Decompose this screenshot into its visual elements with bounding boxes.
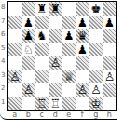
square-a4[interactable]	[8, 56, 22, 70]
square-b8[interactable]	[22, 2, 36, 16]
black-pawn-piece[interactable]: ♟	[104, 16, 115, 29]
white-pawn-piece[interactable]: ♙	[50, 56, 61, 69]
file-label-c: c	[35, 110, 49, 120]
rank-label-7: 7	[0, 15, 7, 29]
square-h8[interactable]	[103, 2, 117, 16]
rank-label-5: 5	[0, 42, 7, 56]
square-h3[interactable]: ♙	[103, 70, 117, 84]
chess-board[interactable]: ♜♜♚♟♟♟♟♞♟♛♘♟♙♙♕♙♙♙♙♖♖♔	[7, 1, 117, 111]
square-c3[interactable]	[35, 70, 49, 84]
square-g4[interactable]	[89, 56, 103, 70]
square-h1[interactable]	[103, 97, 117, 111]
square-d7[interactable]	[49, 16, 63, 30]
square-f4[interactable]	[76, 56, 90, 70]
chess-diagram: 87654321 ♜♜♚♟♟♟♟♞♟♛♘♟♙♙♕♙♙♙♙♖♖♔ abcdefgh	[0, 0, 117, 120]
file-label-h: h	[103, 110, 117, 120]
square-b3[interactable]	[22, 70, 36, 84]
rank-label-3: 3	[0, 69, 7, 83]
square-f3[interactable]	[76, 70, 90, 84]
square-d8[interactable]: ♜	[49, 2, 63, 16]
black-rook-piece[interactable]: ♜	[36, 2, 47, 15]
square-b4[interactable]	[22, 56, 36, 70]
square-a8[interactable]	[8, 2, 22, 16]
square-e5[interactable]	[62, 43, 76, 57]
file-labels: abcdefgh	[8, 110, 116, 120]
square-h7[interactable]: ♟	[103, 16, 117, 30]
square-b6[interactable]: ♟	[22, 29, 36, 43]
black-pawn-piece[interactable]: ♟	[23, 16, 34, 29]
square-h5[interactable]	[103, 43, 117, 57]
square-c6[interactable]: ♞	[35, 29, 49, 43]
white-rook-piece[interactable]: ♖	[36, 97, 47, 110]
square-c1[interactable]: ♖	[35, 97, 49, 111]
square-g6[interactable]	[89, 29, 103, 43]
square-b5[interactable]: ♘	[22, 43, 36, 57]
square-d3[interactable]	[49, 70, 63, 84]
rank-label-4: 4	[0, 55, 7, 69]
square-a6[interactable]	[8, 29, 22, 43]
file-label-g: g	[89, 110, 103, 120]
square-b1[interactable]	[22, 97, 36, 111]
square-f2[interactable]: ♙	[76, 83, 90, 97]
file-label-e: e	[62, 110, 76, 120]
file-label-d: d	[49, 110, 63, 120]
file-label-f: f	[76, 110, 90, 120]
square-d1[interactable]: ♖	[49, 97, 63, 111]
square-d5[interactable]	[49, 43, 63, 57]
square-a3[interactable]: ♙	[8, 70, 22, 84]
square-d4[interactable]: ♙	[49, 56, 63, 70]
square-a2[interactable]	[8, 83, 22, 97]
file-label-a: a	[8, 110, 22, 120]
file-label-b: b	[22, 110, 36, 120]
square-c8[interactable]: ♜	[35, 2, 49, 16]
square-h4[interactable]	[103, 56, 117, 70]
black-pawn-piece[interactable]: ♟	[63, 29, 74, 42]
square-e1[interactable]	[62, 97, 76, 111]
white-queen-piece[interactable]: ♕	[63, 70, 74, 83]
rank-label-2: 2	[0, 82, 7, 96]
black-king-piece[interactable]: ♚	[90, 2, 101, 15]
white-knight-piece[interactable]: ♘	[23, 43, 34, 56]
white-pawn-piece[interactable]: ♙	[23, 83, 34, 96]
square-c4[interactable]	[35, 56, 49, 70]
square-g2[interactable]: ♙	[89, 83, 103, 97]
square-b7[interactable]: ♟	[22, 16, 36, 30]
black-queen-piece[interactable]: ♛	[77, 29, 88, 42]
white-pawn-piece[interactable]: ♙	[9, 70, 20, 83]
white-pawn-piece[interactable]: ♙	[90, 83, 101, 96]
rank-label-8: 8	[0, 1, 7, 15]
square-f8[interactable]	[76, 2, 90, 16]
square-c7[interactable]	[35, 16, 49, 30]
square-h2[interactable]	[103, 83, 117, 97]
white-pawn-piece[interactable]: ♙	[77, 83, 88, 96]
square-d6[interactable]	[49, 29, 63, 43]
white-rook-piece[interactable]: ♖	[50, 97, 61, 110]
black-pawn-piece[interactable]: ♟	[77, 43, 88, 56]
black-pawn-piece[interactable]: ♟	[77, 16, 88, 29]
square-g7[interactable]	[89, 16, 103, 30]
square-e3[interactable]: ♕	[62, 70, 76, 84]
square-f6[interactable]: ♛	[76, 29, 90, 43]
square-c2[interactable]	[35, 83, 49, 97]
square-e7[interactable]	[62, 16, 76, 30]
square-e6[interactable]: ♟	[62, 29, 76, 43]
square-f5[interactable]: ♟	[76, 43, 90, 57]
square-f1[interactable]	[76, 97, 90, 111]
square-a7[interactable]	[8, 16, 22, 30]
square-a5[interactable]	[8, 43, 22, 57]
square-g1[interactable]: ♔	[89, 97, 103, 111]
square-g3[interactable]	[89, 70, 103, 84]
square-a1[interactable]	[8, 97, 22, 111]
white-king-piece[interactable]: ♔	[90, 97, 101, 110]
square-b2[interactable]: ♙	[22, 83, 36, 97]
black-knight-piece[interactable]: ♞	[36, 29, 47, 42]
square-c5[interactable]	[35, 43, 49, 57]
square-e2[interactable]	[62, 83, 76, 97]
square-h6[interactable]	[103, 29, 117, 43]
square-e4[interactable]	[62, 56, 76, 70]
rank-label-1: 1	[0, 96, 7, 110]
square-g8[interactable]: ♚	[89, 2, 103, 16]
rank-labels: 87654321	[0, 1, 7, 109]
square-d2[interactable]	[49, 83, 63, 97]
white-pawn-piece[interactable]: ♙	[104, 70, 115, 83]
square-e8[interactable]	[62, 2, 76, 16]
black-pawn-piece[interactable]: ♟	[23, 29, 34, 42]
rank-label-6: 6	[0, 28, 7, 42]
black-rook-piece[interactable]: ♜	[50, 2, 61, 15]
square-g5[interactable]	[89, 43, 103, 57]
square-f7[interactable]: ♟	[76, 16, 90, 30]
